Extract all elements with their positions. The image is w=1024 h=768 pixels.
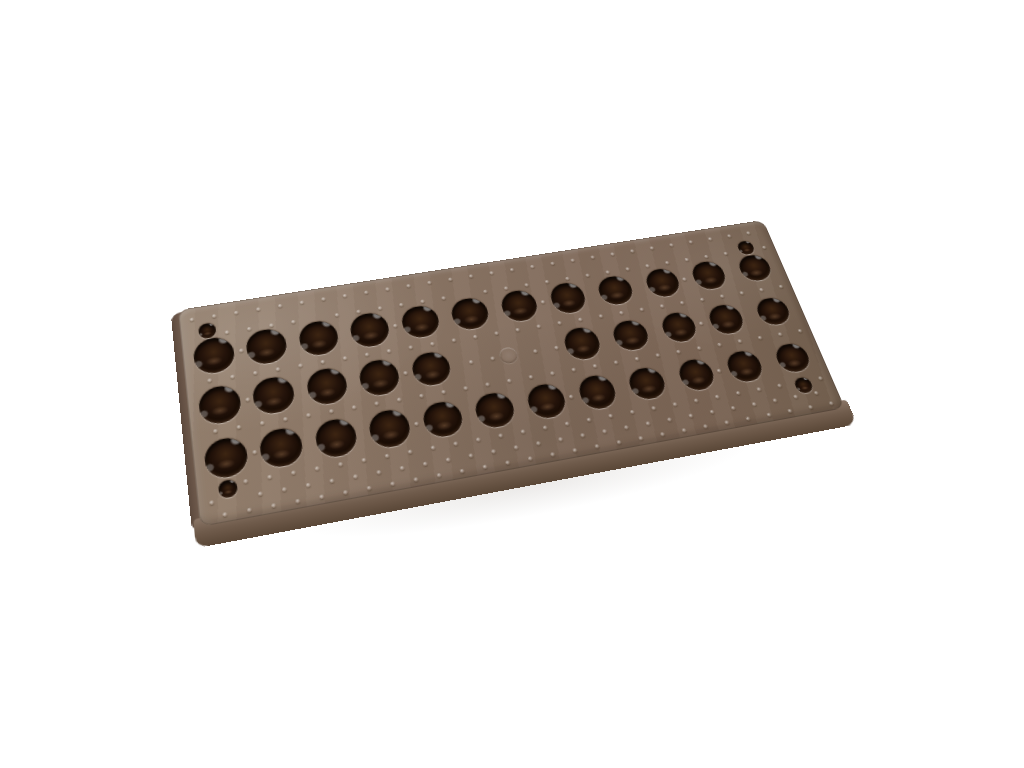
peg-hole-r1c1[interactable] xyxy=(192,335,236,376)
texture-dimple xyxy=(515,328,520,332)
texture-dimple xyxy=(414,421,419,426)
texture-dimple xyxy=(710,410,715,415)
texture-dimple xyxy=(413,477,418,482)
texture-dimple xyxy=(619,311,624,315)
texture-dimple xyxy=(247,508,252,513)
texture-dimple xyxy=(315,466,320,471)
peg-hole-r3c4[interactable] xyxy=(367,408,412,450)
peg-hole-r3c6[interactable] xyxy=(473,391,518,430)
texture-dimple xyxy=(638,436,643,441)
texture-dimple xyxy=(321,297,326,301)
texture-dimple xyxy=(306,413,311,418)
texture-dimple xyxy=(441,390,446,395)
corner-hole-bottom-left[interactable] xyxy=(218,479,238,499)
texture-dimple xyxy=(505,460,510,465)
texture-dimple xyxy=(571,368,576,372)
texture-dimple xyxy=(655,353,660,357)
texture-dimple xyxy=(592,364,597,368)
texture-dimple xyxy=(660,304,665,308)
peg-hole-r3c8[interactable] xyxy=(575,374,619,411)
texture-dimple xyxy=(260,421,265,426)
texture-dimple xyxy=(452,338,457,342)
texture-dimple xyxy=(338,462,343,467)
peg-hole-r1c8[interactable] xyxy=(547,281,588,314)
texture-dimple xyxy=(490,356,495,360)
peg-hole-r1c10[interactable] xyxy=(642,267,682,299)
texture-dimple xyxy=(635,357,640,361)
texture-dimple xyxy=(306,483,311,488)
texture-dimple xyxy=(550,371,555,375)
texture-dimple xyxy=(258,491,263,496)
texture-dimple xyxy=(320,360,325,364)
texture-dimple xyxy=(399,303,404,307)
texture-dimple xyxy=(343,356,348,360)
texture-dimple xyxy=(385,454,390,459)
peg-hole-r1c11[interactable] xyxy=(689,260,729,291)
texture-dimple xyxy=(356,309,361,313)
texture-dimple xyxy=(625,267,630,271)
texture-dimple xyxy=(476,437,481,442)
peg-hole-r1c6[interactable] xyxy=(449,296,491,331)
texture-dimple xyxy=(708,237,713,241)
texture-dimple xyxy=(630,410,635,415)
texture-dimple xyxy=(343,294,348,298)
texture-dimple xyxy=(565,421,570,426)
texture-dimple xyxy=(667,417,672,422)
peg-hole-r2c2[interactable] xyxy=(251,375,296,417)
texture-dimple xyxy=(234,311,239,315)
texture-dimple xyxy=(550,452,555,457)
texture-dimple xyxy=(590,255,595,259)
texture-dimple xyxy=(252,450,257,455)
texture-dimple xyxy=(536,441,541,446)
texture-dimple xyxy=(393,324,398,328)
texture-dimple xyxy=(651,406,656,411)
peg-hole-r1c3[interactable] xyxy=(297,319,340,357)
texture-dimple xyxy=(680,301,685,305)
peg-hole-r3c12[interactable] xyxy=(772,342,813,375)
texture-dimple xyxy=(390,481,395,486)
texture-dimple xyxy=(361,458,366,463)
texture-dimple xyxy=(688,413,693,418)
texture-dimple xyxy=(543,425,548,430)
texture-dimple xyxy=(694,398,699,403)
texture-dimple xyxy=(736,391,741,395)
peg-hole-r2c1[interactable] xyxy=(197,383,242,426)
peg-hole-r1c9[interactable] xyxy=(595,274,636,307)
texture-dimple xyxy=(645,264,650,268)
texture-dimple xyxy=(660,432,665,437)
texture-dimple xyxy=(598,314,603,318)
texture-dimple xyxy=(420,299,425,303)
peg-hole-r3c2[interactable] xyxy=(258,426,304,470)
texture-dimple xyxy=(818,376,823,380)
texture-dimple xyxy=(427,281,432,285)
texture-dimple xyxy=(319,494,324,499)
texture-dimple xyxy=(787,409,793,414)
texture-dimple xyxy=(335,313,340,317)
peg-hole-r3c3[interactable] xyxy=(313,417,359,460)
peg-hole-r2c9[interactable] xyxy=(610,318,652,352)
texture-dimple xyxy=(624,425,629,430)
texture-dimple xyxy=(798,329,803,333)
peg-hole-r3c7[interactable] xyxy=(524,382,568,420)
texture-dimple xyxy=(408,345,413,349)
texture-dimple xyxy=(291,470,296,475)
texture-dimple xyxy=(207,378,212,383)
peg-hole-r2c12[interactable] xyxy=(753,296,793,327)
texture-dimple xyxy=(482,464,487,469)
texture-dimple xyxy=(276,367,281,371)
texture-dimple xyxy=(269,323,274,327)
texture-dimple xyxy=(213,429,218,434)
texture-dimple xyxy=(239,348,244,352)
texture-dimple xyxy=(745,416,750,421)
texture-dimple xyxy=(291,320,296,324)
texture-dimple xyxy=(300,300,305,304)
texture-dimple xyxy=(752,402,757,407)
texture-dimple xyxy=(491,449,496,454)
texture-dimple xyxy=(243,479,248,484)
texture-dimple xyxy=(485,382,490,386)
texture-dimple xyxy=(672,402,677,407)
texture-dimple xyxy=(528,375,533,379)
product-photo-scene xyxy=(0,0,1024,768)
texture-dimple xyxy=(700,298,705,302)
texture-dimple xyxy=(528,456,533,461)
texture-dimple xyxy=(586,417,591,422)
texture-dimple xyxy=(507,379,512,383)
texture-dimple xyxy=(605,270,610,274)
texture-dimple xyxy=(558,437,563,442)
texture-dimple xyxy=(385,287,390,291)
peg-hole-r2c5[interactable] xyxy=(409,350,453,388)
texture-dimple xyxy=(376,470,381,475)
texture-dimple xyxy=(469,360,474,364)
texture-dimple xyxy=(697,346,702,350)
texture-dimple xyxy=(237,425,242,430)
texture-dimple xyxy=(610,252,615,256)
texture-dimple xyxy=(209,500,214,505)
texture-dimple xyxy=(766,413,772,418)
texture-dimple xyxy=(352,405,357,410)
texture-dimple xyxy=(557,321,562,325)
texture-dimple xyxy=(541,300,546,304)
texture-dimple xyxy=(778,332,783,336)
texture-dimple xyxy=(645,421,650,426)
texture-dimple xyxy=(639,307,644,311)
texture-dimple xyxy=(524,283,529,287)
texture-dimple xyxy=(545,280,550,284)
texture-dimple xyxy=(504,286,509,290)
texture-dimple xyxy=(190,317,195,321)
texture-dimple xyxy=(717,343,722,347)
texture-dimple xyxy=(343,490,348,495)
texture-dimple xyxy=(594,444,599,449)
texture-dimple xyxy=(256,307,261,311)
texture-dimple xyxy=(703,424,708,429)
texture-dimple xyxy=(536,324,541,328)
texture-dimple xyxy=(578,317,583,321)
texture-dimple xyxy=(245,397,250,402)
texture-dimple xyxy=(329,409,334,414)
texture-dimple xyxy=(520,429,525,434)
texture-dimple xyxy=(665,261,670,265)
texture-dimple xyxy=(514,445,519,450)
peg-hole-r1c2[interactable] xyxy=(245,327,289,367)
texture-dimple xyxy=(441,296,446,300)
texture-dimple xyxy=(808,405,814,410)
texture-dimple xyxy=(727,234,732,238)
texture-dimple xyxy=(731,406,736,411)
texture-dimple xyxy=(473,335,478,339)
texture-dimple xyxy=(468,453,473,458)
texture-dimple xyxy=(554,346,559,350)
texture-dimple xyxy=(720,294,725,298)
texture-dimple xyxy=(715,395,720,399)
texture-dimple xyxy=(437,473,442,478)
texture-dimple xyxy=(699,321,704,325)
texture-dimple xyxy=(533,349,538,353)
texture-dimple xyxy=(430,342,435,346)
texture-dimple xyxy=(406,284,411,288)
texture-dimple xyxy=(400,466,405,471)
texture-dimple xyxy=(669,243,674,247)
texture-dimple xyxy=(225,330,230,334)
texture-dimple xyxy=(267,475,272,480)
peg-hole-r2c8[interactable] xyxy=(561,326,603,361)
corner-hole-top-right[interactable] xyxy=(736,240,756,255)
texture-dimple xyxy=(746,231,751,235)
texture-dimple xyxy=(723,252,728,256)
texture-dimple xyxy=(374,401,379,406)
texture-dimple xyxy=(614,360,619,364)
texture-dimple xyxy=(510,268,515,272)
texture-dimple xyxy=(469,274,474,278)
peg-hole-r2c3[interactable] xyxy=(305,366,349,407)
texture-dimple xyxy=(419,394,424,399)
texture-dimple xyxy=(682,428,687,433)
texture-dimple xyxy=(704,255,709,259)
texture-dimple xyxy=(684,258,689,262)
texture-dimple xyxy=(283,417,288,422)
texture-dimple xyxy=(222,512,227,517)
peg-hole-r3c11[interactable] xyxy=(724,349,766,383)
corner-hole-bottom-right[interactable] xyxy=(793,377,815,395)
texture-dimple xyxy=(530,265,535,269)
peg-hole-r3c9[interactable] xyxy=(625,366,668,402)
texture-dimple xyxy=(829,401,835,405)
texture-dimple xyxy=(298,363,303,367)
texture-dimple xyxy=(630,249,635,253)
texture-dimple xyxy=(365,352,370,356)
texture-dimple xyxy=(724,420,729,425)
texture-dimple xyxy=(230,374,235,378)
texture-dimple xyxy=(367,486,372,491)
texture-dimple xyxy=(565,277,570,281)
texture-dimple xyxy=(448,277,453,281)
texture-dimple xyxy=(453,441,458,446)
texture-dimple xyxy=(489,271,494,275)
texture-dimple xyxy=(483,290,488,294)
peg-hole-r1c7[interactable] xyxy=(498,289,540,323)
texture-dimple xyxy=(772,398,777,402)
texture-dimple xyxy=(777,383,782,387)
texture-dimple xyxy=(212,314,217,318)
texture-dimple xyxy=(676,350,681,354)
texture-dimple xyxy=(353,474,358,479)
peg-hole-r2c10[interactable] xyxy=(658,311,699,344)
texture-dimple xyxy=(688,240,693,244)
texture-dimple xyxy=(253,371,258,375)
texture-dimple xyxy=(364,290,369,294)
texture-dimple xyxy=(247,327,252,331)
texture-dimple xyxy=(580,433,585,438)
texture-dimple xyxy=(282,487,287,492)
texture-dimple xyxy=(585,273,590,277)
maker-logo-emboss xyxy=(497,346,519,364)
texture-dimple xyxy=(329,478,334,483)
texture-dimple xyxy=(616,440,621,445)
texture-dimple xyxy=(779,285,784,289)
peg-hole-r1c12[interactable] xyxy=(735,253,774,283)
texture-dimple xyxy=(570,258,575,262)
texture-dimple xyxy=(423,461,428,466)
texture-dimple xyxy=(550,262,555,266)
texture-dimple xyxy=(494,331,499,335)
peg-hole-r1c4[interactable] xyxy=(348,311,391,348)
peg-hole-r3c1[interactable] xyxy=(202,435,248,480)
texture-dimple xyxy=(739,291,744,295)
corner-hole-top-left[interactable] xyxy=(198,322,217,339)
texture-dimple xyxy=(408,449,413,454)
texture-dimple xyxy=(397,397,402,402)
texture-dimple xyxy=(602,429,607,434)
texture-dimple xyxy=(446,457,451,462)
texture-dimple xyxy=(737,339,742,343)
texture-dimple xyxy=(460,469,465,474)
texture-dimple xyxy=(572,448,577,453)
peg-hole-r3c10[interactable] xyxy=(675,357,718,392)
texture-dimple xyxy=(403,371,408,375)
texture-dimple xyxy=(271,503,276,508)
texture-dimple xyxy=(387,349,392,353)
texture-dimple xyxy=(762,246,767,250)
texture-dimple xyxy=(608,414,613,419)
texture-dimple xyxy=(682,277,687,281)
texture-dimple xyxy=(650,246,655,250)
texture-dimple xyxy=(717,369,722,373)
texture-dimple xyxy=(759,288,764,292)
peg-hole-r2c4[interactable] xyxy=(357,358,401,397)
peg-hole-r2c11[interactable] xyxy=(706,303,747,335)
texture-dimple xyxy=(569,394,574,399)
texture-dimple xyxy=(278,304,283,308)
texture-dimple xyxy=(463,386,468,390)
texture-dimple xyxy=(295,499,300,504)
texture-dimple xyxy=(793,394,798,398)
texture-dimple xyxy=(430,445,435,450)
texture-dimple xyxy=(758,336,763,340)
texture-dimple xyxy=(378,306,383,310)
texture-dimple xyxy=(814,391,819,395)
texture-dimple xyxy=(756,387,761,391)
texture-dimple xyxy=(498,433,503,438)
peg-hole-r3c5[interactable] xyxy=(420,399,465,440)
peg-hole-r1c5[interactable] xyxy=(399,304,441,340)
